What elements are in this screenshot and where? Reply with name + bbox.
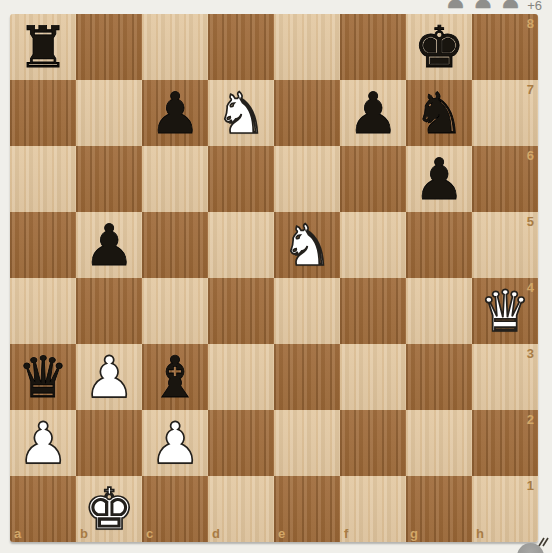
file-label-f: f bbox=[344, 527, 348, 540]
rank-label-7: 7 bbox=[527, 83, 534, 96]
square-e7[interactable] bbox=[274, 80, 340, 146]
square-c2[interactable]: ♟ bbox=[142, 410, 208, 476]
material-advantage-label: +6 bbox=[527, 0, 542, 13]
piece-white-pawn-b3[interactable]: ♟ bbox=[76, 344, 142, 410]
square-h1[interactable]: 1h bbox=[472, 476, 538, 542]
file-label-h: h bbox=[476, 527, 484, 540]
square-e1[interactable]: e bbox=[274, 476, 340, 542]
captured-pawn-icon: ♟ bbox=[445, 0, 467, 13]
rank-label-3: 3 bbox=[527, 347, 534, 360]
square-d7[interactable]: ♞ bbox=[208, 80, 274, 146]
piece-white-pawn-a2[interactable]: ♟ bbox=[10, 410, 76, 476]
file-label-e: e bbox=[278, 527, 285, 540]
file-label-c: c bbox=[146, 527, 153, 540]
square-b4[interactable] bbox=[76, 278, 142, 344]
square-g3[interactable] bbox=[406, 344, 472, 410]
square-f8[interactable] bbox=[340, 14, 406, 80]
square-h4[interactable]: 4♛ bbox=[472, 278, 538, 344]
square-h7[interactable]: 7 bbox=[472, 80, 538, 146]
square-a5[interactable] bbox=[10, 212, 76, 278]
captured-pawn-icon: ♟ bbox=[472, 0, 494, 13]
square-f3[interactable] bbox=[340, 344, 406, 410]
square-b5[interactable]: ♟ bbox=[76, 212, 142, 278]
square-c8[interactable] bbox=[142, 14, 208, 80]
square-e3[interactable] bbox=[274, 344, 340, 410]
material-indicator: ♟♟♟ +6 bbox=[445, 0, 542, 13]
square-g1[interactable]: g bbox=[406, 476, 472, 542]
rank-label-5: 5 bbox=[527, 215, 534, 228]
square-g8[interactable]: ♚ bbox=[406, 14, 472, 80]
rank-label-2: 2 bbox=[527, 413, 534, 426]
piece-black-pawn-f7[interactable]: ♟ bbox=[340, 80, 406, 146]
square-g5[interactable] bbox=[406, 212, 472, 278]
square-a8[interactable]: ♜ bbox=[10, 14, 76, 80]
square-e8[interactable] bbox=[274, 14, 340, 80]
square-b2[interactable] bbox=[76, 410, 142, 476]
square-b1[interactable]: b♚ bbox=[76, 476, 142, 542]
rank-label-8: 8 bbox=[527, 17, 534, 30]
square-g2[interactable] bbox=[406, 410, 472, 476]
square-f6[interactable] bbox=[340, 146, 406, 212]
square-a7[interactable] bbox=[10, 80, 76, 146]
square-f7[interactable]: ♟ bbox=[340, 80, 406, 146]
piece-black-king-g8[interactable]: ♚ bbox=[406, 14, 472, 80]
captured-pawn-icon: ♟ bbox=[500, 0, 522, 13]
square-b6[interactable] bbox=[76, 146, 142, 212]
square-a4[interactable] bbox=[10, 278, 76, 344]
square-c3[interactable]: ♝ bbox=[142, 344, 208, 410]
board-resize-handle-icon[interactable] bbox=[535, 533, 549, 551]
piece-black-pawn-c7[interactable]: ♟ bbox=[142, 80, 208, 146]
square-b8[interactable] bbox=[76, 14, 142, 80]
square-a2[interactable]: ♟ bbox=[10, 410, 76, 476]
square-h5[interactable]: 5 bbox=[472, 212, 538, 278]
square-h2[interactable]: 2 bbox=[472, 410, 538, 476]
square-a6[interactable] bbox=[10, 146, 76, 212]
square-d6[interactable] bbox=[208, 146, 274, 212]
square-a1[interactable]: a bbox=[10, 476, 76, 542]
piece-white-knight-e5[interactable]: ♞ bbox=[274, 212, 340, 278]
file-label-d: d bbox=[212, 527, 220, 540]
square-h3[interactable]: 3 bbox=[472, 344, 538, 410]
square-f1[interactable]: f bbox=[340, 476, 406, 542]
piece-black-rook-a8[interactable]: ♜ bbox=[10, 14, 76, 80]
piece-white-queen-h4[interactable]: ♛ bbox=[472, 278, 538, 344]
square-d1[interactable]: d bbox=[208, 476, 274, 542]
square-a3[interactable]: ♛ bbox=[10, 344, 76, 410]
square-g6[interactable]: ♟ bbox=[406, 146, 472, 212]
rank-label-6: 6 bbox=[527, 149, 534, 162]
square-c7[interactable]: ♟ bbox=[142, 80, 208, 146]
piece-black-pawn-g6[interactable]: ♟ bbox=[406, 146, 472, 212]
square-d3[interactable] bbox=[208, 344, 274, 410]
piece-black-bishop-c3[interactable]: ♝ bbox=[142, 344, 208, 410]
square-b3[interactable]: ♟ bbox=[76, 344, 142, 410]
piece-black-knight-g7[interactable]: ♞ bbox=[406, 80, 472, 146]
square-e2[interactable] bbox=[274, 410, 340, 476]
file-label-g: g bbox=[410, 527, 418, 540]
square-c4[interactable] bbox=[142, 278, 208, 344]
square-c1[interactable]: c bbox=[142, 476, 208, 542]
piece-white-pawn-c2[interactable]: ♟ bbox=[142, 410, 208, 476]
square-d4[interactable] bbox=[208, 278, 274, 344]
square-f4[interactable] bbox=[340, 278, 406, 344]
square-b7[interactable] bbox=[76, 80, 142, 146]
rank-label-1: 1 bbox=[527, 479, 534, 492]
piece-black-queen-a3[interactable]: ♛ bbox=[10, 344, 76, 410]
square-d8[interactable] bbox=[208, 14, 274, 80]
square-d2[interactable] bbox=[208, 410, 274, 476]
square-g4[interactable] bbox=[406, 278, 472, 344]
piece-black-pawn-b5[interactable]: ♟ bbox=[76, 212, 142, 278]
square-h6[interactable]: 6 bbox=[472, 146, 538, 212]
square-e6[interactable] bbox=[274, 146, 340, 212]
square-c6[interactable] bbox=[142, 146, 208, 212]
square-f2[interactable] bbox=[340, 410, 406, 476]
square-c5[interactable] bbox=[142, 212, 208, 278]
square-h8[interactable]: 8 bbox=[472, 14, 538, 80]
square-d5[interactable] bbox=[208, 212, 274, 278]
square-f5[interactable] bbox=[340, 212, 406, 278]
square-e4[interactable] bbox=[274, 278, 340, 344]
piece-white-king-b1[interactable]: ♚ bbox=[76, 476, 142, 542]
square-e5[interactable]: ♞ bbox=[274, 212, 340, 278]
file-label-a: a bbox=[14, 527, 21, 540]
square-g7[interactable]: ♞ bbox=[406, 80, 472, 146]
piece-white-knight-d7[interactable]: ♞ bbox=[208, 80, 274, 146]
chess-board: ♜♚8♟♞♟♞7♟6♟♞54♛♛♟♝3♟♟2ab♚cdefg1h bbox=[10, 14, 538, 542]
